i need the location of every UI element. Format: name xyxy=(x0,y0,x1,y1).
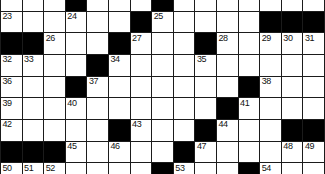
white-cell[interactable] xyxy=(260,55,281,76)
block-cell xyxy=(282,120,303,141)
clue-number: 54 xyxy=(262,164,271,173)
clue-number: 53 xyxy=(175,164,184,173)
white-cell[interactable]: 38 xyxy=(260,77,281,98)
white-cell[interactable] xyxy=(195,12,216,33)
white-cell[interactable] xyxy=(131,77,152,98)
block-cell xyxy=(87,55,108,76)
white-cell[interactable] xyxy=(282,163,303,174)
white-cell[interactable] xyxy=(1,0,22,11)
white-cell[interactable] xyxy=(217,12,238,33)
white-cell[interactable] xyxy=(44,77,65,98)
white-cell[interactable] xyxy=(217,0,238,11)
white-cell[interactable]: 48 xyxy=(282,142,303,163)
white-cell[interactable]: 53 xyxy=(174,163,195,174)
white-cell[interactable]: 30 xyxy=(282,33,303,54)
white-cell[interactable] xyxy=(23,98,44,119)
block-cell xyxy=(174,142,195,163)
white-cell[interactable]: 40 xyxy=(66,98,87,119)
white-cell[interactable] xyxy=(87,142,108,163)
white-cell[interactable] xyxy=(152,33,173,54)
clue-number: 41 xyxy=(240,99,249,108)
white-cell[interactable]: 45 xyxy=(66,142,87,163)
block-cell xyxy=(303,120,324,141)
block-cell xyxy=(152,0,173,11)
clue-number: 25 xyxy=(154,12,163,21)
white-cell[interactable] xyxy=(23,77,44,98)
crossword-board: 2324252627282930313233343536373839404142… xyxy=(0,0,325,174)
white-cell[interactable] xyxy=(239,0,260,11)
white-cell[interactable] xyxy=(239,33,260,54)
white-cell[interactable] xyxy=(109,163,130,174)
white-cell[interactable] xyxy=(66,163,87,174)
clue-number: 47 xyxy=(197,142,206,151)
clue-number: 39 xyxy=(3,99,12,108)
white-cell[interactable] xyxy=(66,55,87,76)
white-cell[interactable] xyxy=(131,55,152,76)
white-cell[interactable]: 49 xyxy=(303,142,324,163)
white-cell[interactable] xyxy=(152,120,173,141)
white-cell[interactable]: 42 xyxy=(1,120,22,141)
white-cell[interactable] xyxy=(303,98,324,119)
clue-number: 50 xyxy=(3,164,12,173)
clue-number: 36 xyxy=(3,77,12,86)
block-cell xyxy=(109,120,130,141)
clue-number: 23 xyxy=(3,12,12,21)
white-cell[interactable] xyxy=(282,55,303,76)
white-cell[interactable]: 44 xyxy=(217,120,238,141)
white-cell[interactable] xyxy=(303,0,324,11)
white-cell[interactable] xyxy=(152,77,173,98)
block-cell xyxy=(131,12,152,33)
clue-number: 24 xyxy=(67,12,76,21)
block-cell xyxy=(23,33,44,54)
white-cell[interactable] xyxy=(282,77,303,98)
block-cell xyxy=(1,142,22,163)
white-cell[interactable] xyxy=(152,142,173,163)
clue-number: 52 xyxy=(46,164,55,173)
block-cell xyxy=(1,33,22,54)
white-cell[interactable] xyxy=(217,55,238,76)
white-cell[interactable]: 43 xyxy=(131,120,152,141)
white-cell[interactable] xyxy=(174,12,195,33)
white-cell[interactable]: 32 xyxy=(1,55,22,76)
white-cell[interactable] xyxy=(87,12,108,33)
white-cell[interactable] xyxy=(303,55,324,76)
clue-number: 28 xyxy=(219,34,228,43)
white-cell[interactable]: 28 xyxy=(217,33,238,54)
white-cell[interactable]: 39 xyxy=(1,98,22,119)
white-cell[interactable] xyxy=(174,77,195,98)
white-cell[interactable]: 33 xyxy=(23,55,44,76)
white-cell[interactable]: 50 xyxy=(1,163,22,174)
white-cell[interactable]: 35 xyxy=(195,55,216,76)
white-cell[interactable] xyxy=(109,98,130,119)
block-cell xyxy=(109,33,130,54)
white-cell[interactable] xyxy=(217,142,238,163)
white-cell[interactable] xyxy=(23,120,44,141)
white-cell[interactable] xyxy=(260,120,281,141)
clue-number: 51 xyxy=(24,164,33,173)
clue-number: 42 xyxy=(3,120,12,129)
white-cell[interactable] xyxy=(174,0,195,11)
white-cell[interactable] xyxy=(66,33,87,54)
white-cell[interactable] xyxy=(44,12,65,33)
white-cell[interactable] xyxy=(109,0,130,11)
clue-number: 49 xyxy=(305,142,314,151)
white-cell[interactable]: 25 xyxy=(152,12,173,33)
clue-number: 40 xyxy=(67,99,76,108)
white-cell[interactable]: 26 xyxy=(44,33,65,54)
clue-number: 35 xyxy=(197,55,206,64)
white-cell[interactable] xyxy=(66,120,87,141)
clue-number: 44 xyxy=(219,120,228,129)
white-cell[interactable]: 23 xyxy=(1,12,22,33)
white-cell[interactable] xyxy=(87,163,108,174)
clue-number: 32 xyxy=(3,55,12,64)
white-cell[interactable] xyxy=(44,55,65,76)
white-cell[interactable] xyxy=(44,120,65,141)
white-cell[interactable] xyxy=(174,55,195,76)
white-cell[interactable]: 36 xyxy=(1,77,22,98)
clue-number: 48 xyxy=(283,142,292,151)
white-cell[interactable]: 47 xyxy=(195,142,216,163)
white-cell[interactable] xyxy=(239,55,260,76)
clue-number: 45 xyxy=(67,142,76,151)
white-cell[interactable] xyxy=(303,77,324,98)
white-cell[interactable] xyxy=(239,120,260,141)
clue-number: 31 xyxy=(305,34,314,43)
white-cell[interactable] xyxy=(239,142,260,163)
block-cell xyxy=(195,120,216,141)
white-cell[interactable]: 27 xyxy=(131,33,152,54)
white-cell[interactable] xyxy=(23,0,44,11)
clue-number: 29 xyxy=(262,34,271,43)
clue-number: 46 xyxy=(111,142,120,151)
white-cell[interactable]: 41 xyxy=(239,98,260,119)
clue-number: 33 xyxy=(24,55,33,64)
white-cell[interactable]: 52 xyxy=(44,163,65,174)
white-cell[interactable]: 51 xyxy=(23,163,44,174)
white-cell[interactable] xyxy=(131,0,152,11)
block-cell xyxy=(239,163,260,174)
clue-number: 27 xyxy=(132,34,141,43)
white-cell[interactable] xyxy=(44,98,65,119)
white-cell[interactable] xyxy=(174,98,195,119)
white-cell[interactable]: 34 xyxy=(109,55,130,76)
white-cell[interactable] xyxy=(239,12,260,33)
white-cell[interactable] xyxy=(131,163,152,174)
clue-number: 43 xyxy=(132,120,141,129)
white-cell[interactable] xyxy=(131,98,152,119)
white-cell[interactable] xyxy=(87,33,108,54)
clue-number: 34 xyxy=(111,55,120,64)
white-cell[interactable] xyxy=(87,0,108,11)
white-cell[interactable] xyxy=(152,55,173,76)
white-cell[interactable]: 46 xyxy=(109,142,130,163)
clue-number: 37 xyxy=(89,77,98,86)
block-cell xyxy=(195,33,216,54)
block-cell xyxy=(260,12,281,33)
white-cell[interactable]: 54 xyxy=(260,163,281,174)
clue-number: 38 xyxy=(262,77,271,86)
white-cell[interactable] xyxy=(174,33,195,54)
white-cell[interactable] xyxy=(87,120,108,141)
white-cell[interactable] xyxy=(174,120,195,141)
white-cell[interactable] xyxy=(217,77,238,98)
white-cell[interactable] xyxy=(44,0,65,11)
white-cell[interactable] xyxy=(195,98,216,119)
white-cell[interactable] xyxy=(109,12,130,33)
block-cell xyxy=(239,77,260,98)
white-cell[interactable] xyxy=(260,142,281,163)
block-cell xyxy=(152,163,173,174)
white-cell[interactable] xyxy=(282,0,303,11)
block-cell xyxy=(44,142,65,163)
block-cell xyxy=(23,142,44,163)
white-cell[interactable] xyxy=(195,163,216,174)
clue-number: 26 xyxy=(46,34,55,43)
white-cell[interactable]: 31 xyxy=(303,33,324,54)
white-cell[interactable]: 37 xyxy=(87,77,108,98)
white-cell[interactable] xyxy=(152,98,173,119)
white-cell[interactable] xyxy=(303,163,324,174)
white-cell[interactable]: 24 xyxy=(66,12,87,33)
block-cell xyxy=(282,12,303,33)
white-cell[interactable] xyxy=(23,12,44,33)
white-cell[interactable] xyxy=(195,77,216,98)
block-cell xyxy=(66,77,87,98)
white-cell[interactable] xyxy=(260,98,281,119)
clue-number: 30 xyxy=(283,34,292,43)
white-cell[interactable]: 29 xyxy=(260,33,281,54)
block-cell xyxy=(66,0,87,11)
white-cell[interactable] xyxy=(260,0,281,11)
white-cell[interactable] xyxy=(195,0,216,11)
white-cell[interactable] xyxy=(282,98,303,119)
white-cell[interactable] xyxy=(131,142,152,163)
white-cell[interactable] xyxy=(217,163,238,174)
white-cell[interactable] xyxy=(109,77,130,98)
white-cell[interactable] xyxy=(87,98,108,119)
block-cell xyxy=(303,12,324,33)
block-cell xyxy=(217,98,238,119)
